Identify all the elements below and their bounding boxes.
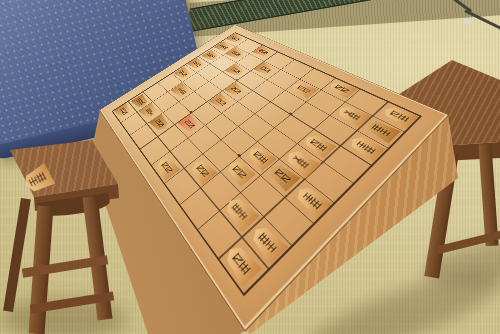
shogi-room-scene	[0, 0, 500, 334]
